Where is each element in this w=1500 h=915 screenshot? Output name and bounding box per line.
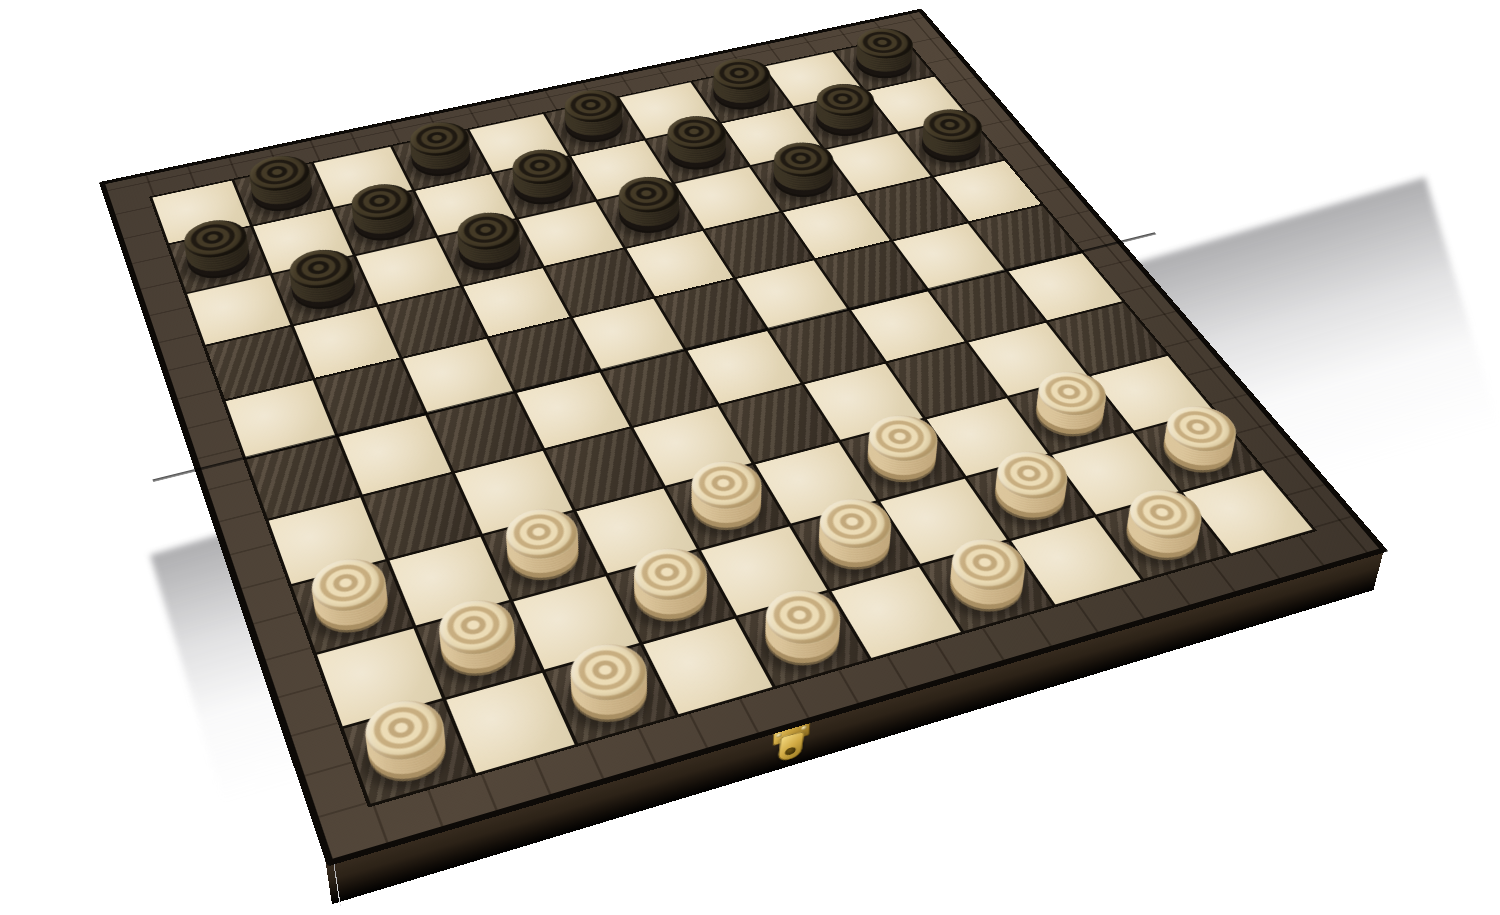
light-checker-r10c3[interactable] — [562, 657, 658, 730]
light-checker-r9c10[interactable] — [1151, 421, 1244, 480]
scene-3d — [0, 0, 1500, 915]
light-checker-r9c8[interactable] — [983, 466, 1076, 527]
light-checker-r8c9[interactable] — [1025, 386, 1115, 443]
square-r10c10[interactable] — [1182, 470, 1312, 554]
clasp-hasp — [778, 731, 805, 762]
light-checker-r8c5[interactable] — [682, 475, 772, 537]
dark-checker-r3c8[interactable] — [765, 158, 842, 203]
light-checker-r8c3[interactable] — [499, 523, 588, 588]
light-checker-r8c1[interactable] — [308, 573, 397, 641]
board-grid — [149, 35, 1317, 807]
dark-checker-r2c9[interactable] — [807, 99, 882, 141]
dark-checker-r2c7[interactable] — [660, 131, 735, 174]
light-checker-r10c5[interactable] — [755, 604, 851, 673]
square-r10c8[interactable] — [1010, 517, 1140, 605]
dark-checker-r2c3[interactable] — [347, 199, 421, 246]
clasp-plate — [1209, 359, 1230, 396]
dark-checker-r3c4[interactable] — [451, 228, 527, 276]
clasp-plate — [773, 718, 811, 746]
dark-checker-r1c8[interactable] — [705, 74, 778, 115]
dark-checker-r1c2[interactable] — [246, 171, 318, 216]
dark-checker-r3c10[interactable] — [912, 125, 989, 168]
brass-clasp-front — [760, 714, 822, 771]
light-checker-r8c7[interactable] — [857, 430, 947, 489]
dark-checker-r1c10[interactable] — [847, 44, 920, 83]
dark-checker-r1c4[interactable] — [405, 138, 477, 182]
dark-checker-r3c2[interactable] — [286, 265, 362, 315]
dark-checker-r3c6[interactable] — [611, 192, 688, 238]
dark-checker-r2c1[interactable] — [182, 235, 256, 283]
light-checker-r9c2[interactable] — [432, 614, 524, 684]
light-checker-r10c7[interactable] — [938, 553, 1034, 619]
square-r1c2[interactable] — [234, 164, 331, 225]
light-checker-r10c9[interactable] — [1114, 504, 1210, 567]
dark-checker-r2c5[interactable] — [506, 165, 580, 210]
checkers-board — [99, 9, 1389, 867]
product-photo-canvas — [0, 0, 1500, 915]
light-checker-r10c1[interactable] — [360, 713, 455, 789]
dark-checker-r1c6[interactable] — [558, 105, 631, 147]
light-checker-r9c4[interactable] — [624, 563, 717, 630]
light-checker-r9c6[interactable] — [808, 513, 901, 577]
